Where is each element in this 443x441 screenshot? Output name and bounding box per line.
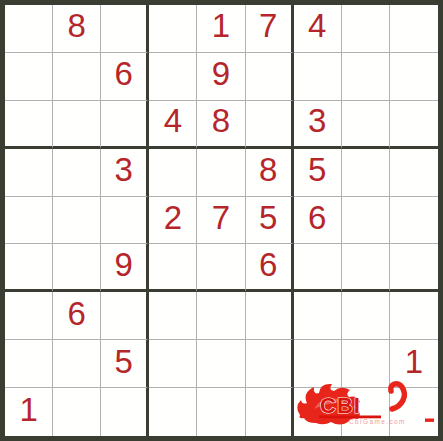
- cell-r6c4[interactable]: [149, 244, 197, 292]
- cell-r8c9[interactable]: 1: [390, 340, 438, 388]
- given-digit: 4: [308, 7, 326, 45]
- cell-r6c2[interactable]: [53, 244, 101, 292]
- cell-r5c5[interactable]: 7: [197, 197, 245, 245]
- cell-r4c7[interactable]: 5: [294, 149, 342, 197]
- given-digit: 1: [212, 7, 230, 45]
- cell-r8c2[interactable]: [53, 340, 101, 388]
- cell-r9c8[interactable]: [342, 388, 390, 436]
- cell-r1c9[interactable]: [390, 5, 438, 53]
- cell-r8c6[interactable]: [246, 340, 294, 388]
- cell-r7c4[interactable]: [149, 292, 197, 340]
- cell-r1c7[interactable]: 4: [294, 5, 342, 53]
- cell-r8c1[interactable]: [5, 340, 53, 388]
- cell-r6c5[interactable]: [197, 244, 245, 292]
- cell-r9c1[interactable]: 1: [5, 388, 53, 436]
- cell-r5c8[interactable]: [342, 197, 390, 245]
- given-digit: 1: [19, 391, 37, 429]
- cell-r9c4[interactable]: [149, 388, 197, 436]
- cell-r2c7[interactable]: [294, 53, 342, 101]
- given-digit: 5: [259, 199, 277, 237]
- cell-r7c8[interactable]: [342, 292, 390, 340]
- cell-r7c9[interactable]: [390, 292, 438, 340]
- cell-r3c8[interactable]: [342, 101, 390, 149]
- given-digit: 7: [212, 199, 230, 237]
- cell-r2c1[interactable]: [5, 53, 53, 101]
- cell-r3c1[interactable]: [5, 101, 53, 149]
- cell-r4c8[interactable]: [342, 149, 390, 197]
- given-digit: 5: [308, 151, 326, 189]
- cell-r8c5[interactable]: [197, 340, 245, 388]
- cell-r2c8[interactable]: [342, 53, 390, 101]
- cell-r4c1[interactable]: [5, 149, 53, 197]
- cell-r3c4[interactable]: 4: [149, 101, 197, 149]
- cell-r9c7[interactable]: [294, 388, 342, 436]
- cell-r5c2[interactable]: [53, 197, 101, 245]
- cell-r4c4[interactable]: [149, 149, 197, 197]
- given-digit: 9: [212, 55, 230, 93]
- cell-r6c1[interactable]: [5, 244, 53, 292]
- cell-r5c7[interactable]: 6: [294, 197, 342, 245]
- cell-r6c7[interactable]: [294, 244, 342, 292]
- given-digit: 5: [115, 343, 133, 381]
- given-digit: 8: [67, 7, 85, 45]
- cell-r2c2[interactable]: [53, 53, 101, 101]
- given-digit: 3: [308, 102, 326, 140]
- cell-r2c5[interactable]: 9: [197, 53, 245, 101]
- cell-r1c6[interactable]: 7: [246, 5, 294, 53]
- cell-r5c4[interactable]: 2: [149, 197, 197, 245]
- cell-r8c3[interactable]: 5: [101, 340, 149, 388]
- given-digit: 6: [259, 246, 277, 284]
- cell-r1c2[interactable]: 8: [53, 5, 101, 53]
- cell-r7c3[interactable]: [101, 292, 149, 340]
- cell-r2c9[interactable]: [390, 53, 438, 101]
- cell-r4c5[interactable]: [197, 149, 245, 197]
- cell-r6c8[interactable]: [342, 244, 390, 292]
- cell-r5c1[interactable]: [5, 197, 53, 245]
- cell-r5c6[interactable]: 5: [246, 197, 294, 245]
- cell-r5c9[interactable]: [390, 197, 438, 245]
- cell-r3c2[interactable]: [53, 101, 101, 149]
- cell-r3c9[interactable]: [390, 101, 438, 149]
- cell-r2c3[interactable]: 6: [101, 53, 149, 101]
- given-digit: 4: [164, 102, 182, 140]
- cell-r8c7[interactable]: [294, 340, 342, 388]
- cell-r8c8[interactable]: [342, 340, 390, 388]
- cell-r4c6[interactable]: 8: [246, 149, 294, 197]
- cell-r4c9[interactable]: [390, 149, 438, 197]
- cell-r9c9[interactable]: [390, 388, 438, 436]
- cell-r7c7[interactable]: [294, 292, 342, 340]
- cell-r1c5[interactable]: 1: [197, 5, 245, 53]
- cell-r4c2[interactable]: [53, 149, 101, 197]
- given-digit: 3: [115, 151, 133, 189]
- cell-r6c3[interactable]: 9: [101, 244, 149, 292]
- cell-r3c7[interactable]: 3: [294, 101, 342, 149]
- cell-r9c6[interactable]: [246, 388, 294, 436]
- given-digit: 1: [405, 343, 423, 381]
- cell-r1c4[interactable]: [149, 5, 197, 53]
- cell-r6c9[interactable]: [390, 244, 438, 292]
- cell-r1c8[interactable]: [342, 5, 390, 53]
- given-digit: 8: [259, 151, 277, 189]
- sudoku-grid: 8174694833852756966511: [5, 5, 438, 436]
- cell-r9c3[interactable]: [101, 388, 149, 436]
- given-digit: 9: [115, 246, 133, 284]
- cell-r2c4[interactable]: [149, 53, 197, 101]
- sudoku-board: 8174694833852756966511 CBI CbiGame.com: [0, 0, 443, 441]
- cell-r1c1[interactable]: [5, 5, 53, 53]
- cell-r6c6[interactable]: 6: [246, 244, 294, 292]
- cell-r3c5[interactable]: 8: [197, 101, 245, 149]
- given-digit: 6: [308, 199, 326, 237]
- cell-r8c4[interactable]: [149, 340, 197, 388]
- cell-r9c5[interactable]: [197, 388, 245, 436]
- given-digit: 8: [212, 102, 230, 140]
- cell-r7c6[interactable]: [246, 292, 294, 340]
- cell-r1c3[interactable]: [101, 5, 149, 53]
- cell-r5c3[interactable]: [101, 197, 149, 245]
- given-digit: 6: [67, 295, 85, 333]
- given-digit: 7: [259, 7, 277, 45]
- cell-r7c5[interactable]: [197, 292, 245, 340]
- cell-r2c6[interactable]: [246, 53, 294, 101]
- cell-r7c2[interactable]: 6: [53, 292, 101, 340]
- cell-r4c3[interactable]: 3: [101, 149, 149, 197]
- cell-r3c6[interactable]: [246, 101, 294, 149]
- cell-r3c3[interactable]: [101, 101, 149, 149]
- cell-r7c1[interactable]: [5, 292, 53, 340]
- cell-r9c2[interactable]: [53, 388, 101, 436]
- given-digit: 2: [164, 199, 182, 237]
- given-digit: 6: [115, 55, 133, 93]
